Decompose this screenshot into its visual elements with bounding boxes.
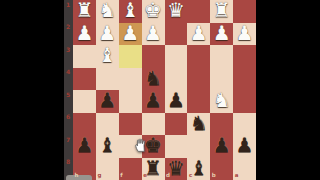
piece-wR-h1[interactable]: ♜ [75, 0, 93, 20]
rank-label-7: 7 [66, 137, 70, 143]
square-c1[interactable] [187, 0, 210, 23]
square-b6[interactable] [210, 113, 233, 136]
square-c6[interactable]: ♞ [187, 113, 210, 136]
piece-wP-a2[interactable]: ♟ [236, 23, 254, 43]
piece-bP-a7[interactable]: ♟ [236, 135, 254, 155]
square-f1[interactable]: ♝ [119, 0, 142, 23]
piece-wP-b2[interactable]: ♟ [213, 23, 231, 43]
board-area: ♜♞♝♚♛♜♟♟♟♟♟♟♟♝♞♟♟♟♞♞♟♝♚♟♟♜♛♝ 12345678hgf… [64, 0, 256, 180]
square-h5[interactable] [73, 90, 96, 113]
rank-label-1: 1 [66, 2, 70, 8]
piece-wR-b1[interactable]: ♜ [213, 0, 231, 20]
file-label-h: h [75, 173, 79, 178]
file-label-d: d [166, 173, 170, 178]
piece-bP-d5[interactable]: ♟ [167, 90, 185, 110]
file-label-e: e [143, 173, 147, 178]
rank-label-3: 3 [66, 47, 70, 53]
square-f4[interactable] [119, 68, 142, 91]
letterbox-left [0, 0, 64, 180]
piece-wP-g2[interactable]: ♟ [98, 23, 116, 43]
square-h1[interactable]: ♜ [73, 0, 96, 23]
square-g7[interactable]: ♝ [96, 135, 119, 158]
square-e3[interactable] [142, 45, 165, 68]
square-d6[interactable] [165, 113, 188, 136]
square-h2[interactable]: ♟ [73, 23, 96, 46]
square-d1[interactable]: ♛ [165, 0, 188, 23]
square-c4[interactable] [187, 68, 210, 91]
piece-wK-e1[interactable]: ♚ [144, 0, 162, 20]
piece-bP-h7[interactable]: ♟ [75, 135, 93, 155]
piece-bB-c8[interactable]: ♝ [190, 158, 208, 178]
rank-label-5: 5 [66, 92, 70, 98]
square-f3[interactable] [119, 45, 142, 68]
square-b7[interactable]: ♟ [210, 135, 233, 158]
file-label-a: a [235, 173, 239, 178]
square-c2[interactable]: ♟ [187, 23, 210, 46]
square-g3[interactable]: ♝ [96, 45, 119, 68]
square-h3[interactable] [73, 45, 96, 68]
square-b1[interactable]: ♜ [210, 0, 233, 23]
square-g5[interactable]: ♟ [96, 90, 119, 113]
square-h6[interactable] [73, 113, 96, 136]
rank-label-2: 2 [66, 24, 70, 30]
square-d3[interactable] [165, 45, 188, 68]
video-frame: ♜♞♝♚♛♜♟♟♟♟♟♟♟♝♞♟♟♟♞♞♟♝♚♟♟♜♛♝ 12345678hgf… [0, 0, 320, 180]
piece-bN-c6[interactable]: ♞ [190, 113, 208, 133]
file-label-c: c [189, 173, 192, 178]
rank-label-8: 8 [66, 159, 70, 165]
square-f5[interactable] [119, 90, 142, 113]
square-b5[interactable]: ♞ [210, 90, 233, 113]
hand-grab-cursor [133, 136, 150, 154]
piece-wN-b5[interactable]: ♞ [213, 90, 231, 110]
square-b2[interactable]: ♟ [210, 23, 233, 46]
file-label-g: g [97, 173, 101, 178]
square-h4[interactable] [73, 68, 96, 91]
square-a2[interactable]: ♟ [233, 23, 256, 46]
piece-bN-e4[interactable]: ♞ [144, 68, 162, 88]
rank-label-6: 6 [66, 114, 70, 120]
piece-bP-b7[interactable]: ♟ [213, 135, 231, 155]
square-e6[interactable] [142, 113, 165, 136]
letterbox-right [256, 0, 320, 180]
piece-bP-g5[interactable]: ♟ [98, 90, 116, 110]
square-a6[interactable] [233, 113, 256, 136]
square-a4[interactable] [233, 68, 256, 91]
square-b3[interactable] [210, 45, 233, 68]
square-e4[interactable]: ♞ [142, 68, 165, 91]
square-d4[interactable] [165, 68, 188, 91]
square-b4[interactable] [210, 68, 233, 91]
square-e5[interactable]: ♟ [142, 90, 165, 113]
square-d2[interactable] [165, 23, 188, 46]
square-g4[interactable] [96, 68, 119, 91]
piece-wQ-d1[interactable]: ♛ [167, 0, 185, 20]
square-g1[interactable]: ♞ [96, 0, 119, 23]
square-a1[interactable] [233, 0, 256, 23]
square-h7[interactable]: ♟ [73, 135, 96, 158]
square-c7[interactable] [187, 135, 210, 158]
square-c3[interactable] [187, 45, 210, 68]
file-label-f: f [120, 173, 122, 178]
piece-wP-h2[interactable]: ♟ [75, 23, 93, 43]
file-label-b: b [212, 173, 216, 178]
piece-bP-e5[interactable]: ♟ [144, 90, 162, 110]
square-c5[interactable] [187, 90, 210, 113]
square-g6[interactable] [96, 113, 119, 136]
square-d7[interactable] [165, 135, 188, 158]
piece-bB-g7[interactable]: ♝ [98, 135, 116, 155]
piece-wP-e2[interactable]: ♟ [144, 23, 162, 43]
piece-wB-f1[interactable]: ♝ [121, 0, 139, 20]
square-a7[interactable]: ♟ [233, 135, 256, 158]
chess-board[interactable]: ♜♞♝♚♛♜♟♟♟♟♟♟♟♝♞♟♟♟♞♞♟♝♚♟♟♜♛♝ [73, 0, 256, 180]
square-f6[interactable] [119, 113, 142, 136]
piece-wB-g3[interactable]: ♝ [98, 45, 116, 65]
piece-wN-g1[interactable]: ♞ [98, 0, 116, 20]
square-e2[interactable]: ♟ [142, 23, 165, 46]
square-f2[interactable]: ♟ [119, 23, 142, 46]
square-d5[interactable]: ♟ [165, 90, 188, 113]
square-a3[interactable] [233, 45, 256, 68]
square-e1[interactable]: ♚ [142, 0, 165, 23]
square-a5[interactable] [233, 90, 256, 113]
piece-wP-c2[interactable]: ♟ [190, 23, 208, 43]
square-g2[interactable]: ♟ [96, 23, 119, 46]
gray-tab [66, 175, 92, 180]
rank-label-4: 4 [66, 69, 70, 75]
piece-wP-f2[interactable]: ♟ [121, 23, 139, 43]
